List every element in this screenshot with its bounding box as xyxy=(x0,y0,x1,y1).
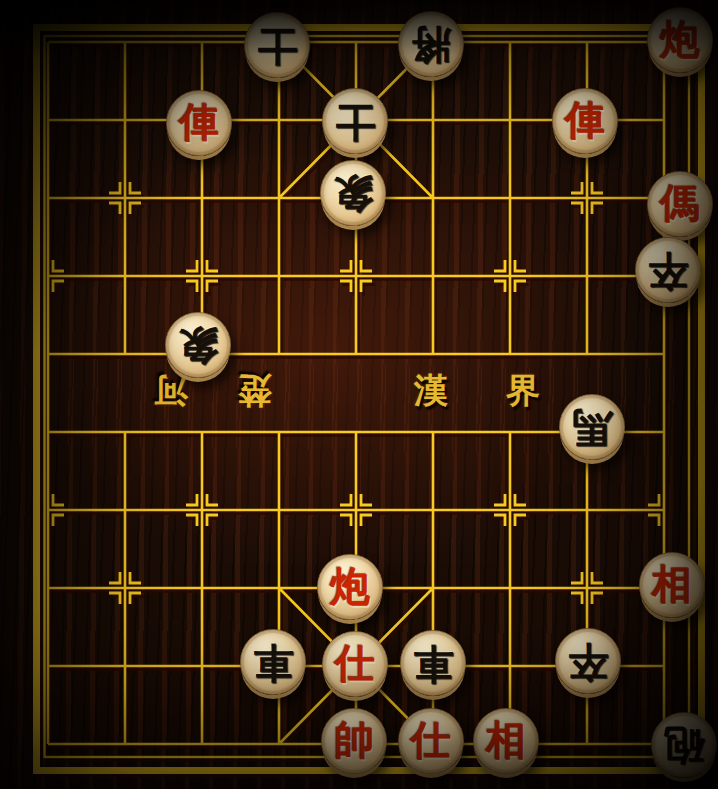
piece-red-advisor[interactable]: 仕 xyxy=(398,708,464,774)
piece-red-elephant[interactable]: 相 xyxy=(473,708,539,774)
piece-glyph: 車 xyxy=(253,642,293,682)
piece-red-advisor[interactable]: 仕 xyxy=(322,631,388,697)
piece-glyph: 相 xyxy=(652,565,692,605)
xiangqi-board[interactable]: 士將炮俥士俥象傌卒象馬炮相車仕車卒帥仕相砲 xyxy=(10,3,703,783)
piece-red-cannon[interactable]: 炮 xyxy=(647,7,713,73)
piece-glyph: 馬 xyxy=(572,407,612,447)
piece-black-soldier[interactable]: 卒 xyxy=(635,237,701,303)
piece-red-horse[interactable]: 傌 xyxy=(647,171,713,237)
piece-red-general[interactable]: 帥 xyxy=(321,708,387,774)
piece-glyph: 車 xyxy=(413,643,453,683)
piece-black-advisor[interactable]: 士 xyxy=(244,12,310,78)
piece-glyph: 仕 xyxy=(411,721,451,761)
piece-glyph: 俥 xyxy=(565,101,605,141)
piece-black-horse[interactable]: 馬 xyxy=(559,394,625,460)
piece-glyph: 將 xyxy=(411,24,451,64)
piece-glyph: 傌 xyxy=(660,184,700,224)
piece-glyph: 帥 xyxy=(334,721,374,761)
piece-black-elephant[interactable]: 象 xyxy=(320,160,386,226)
xiangqi-board-screenshot: 楚 河 漢 界 士將炮俥士俥象傌卒象馬炮相車仕車卒帥仕相砲 xyxy=(0,0,718,789)
piece-black-advisor[interactable]: 士 xyxy=(322,88,388,154)
piece-glyph: 砲 xyxy=(664,725,704,765)
piece-glyph: 卒 xyxy=(568,641,608,681)
piece-glyph: 士 xyxy=(335,101,375,141)
piece-glyph: 象 xyxy=(333,173,373,213)
piece-red-chariot[interactable]: 俥 xyxy=(552,88,618,154)
piece-red-cannon[interactable]: 炮 xyxy=(317,554,383,620)
piece-black-chariot[interactable]: 車 xyxy=(400,630,466,696)
piece-black-cannon[interactable]: 砲 xyxy=(651,712,717,778)
piece-red-elephant[interactable]: 相 xyxy=(639,552,705,618)
piece-glyph: 俥 xyxy=(179,103,219,143)
piece-glyph: 相 xyxy=(486,721,526,761)
piece-glyph: 卒 xyxy=(648,250,688,290)
piece-glyph: 炮 xyxy=(330,567,370,607)
piece-black-elephant[interactable]: 象 xyxy=(165,312,231,378)
piece-black-chariot[interactable]: 車 xyxy=(240,629,306,695)
piece-black-soldier[interactable]: 卒 xyxy=(555,628,621,694)
piece-red-chariot[interactable]: 俥 xyxy=(166,90,232,156)
piece-black-general[interactable]: 將 xyxy=(398,11,464,77)
piece-glyph: 士 xyxy=(257,25,297,65)
piece-glyph: 象 xyxy=(178,325,218,365)
piece-glyph: 炮 xyxy=(660,20,700,60)
piece-glyph: 仕 xyxy=(335,644,375,684)
